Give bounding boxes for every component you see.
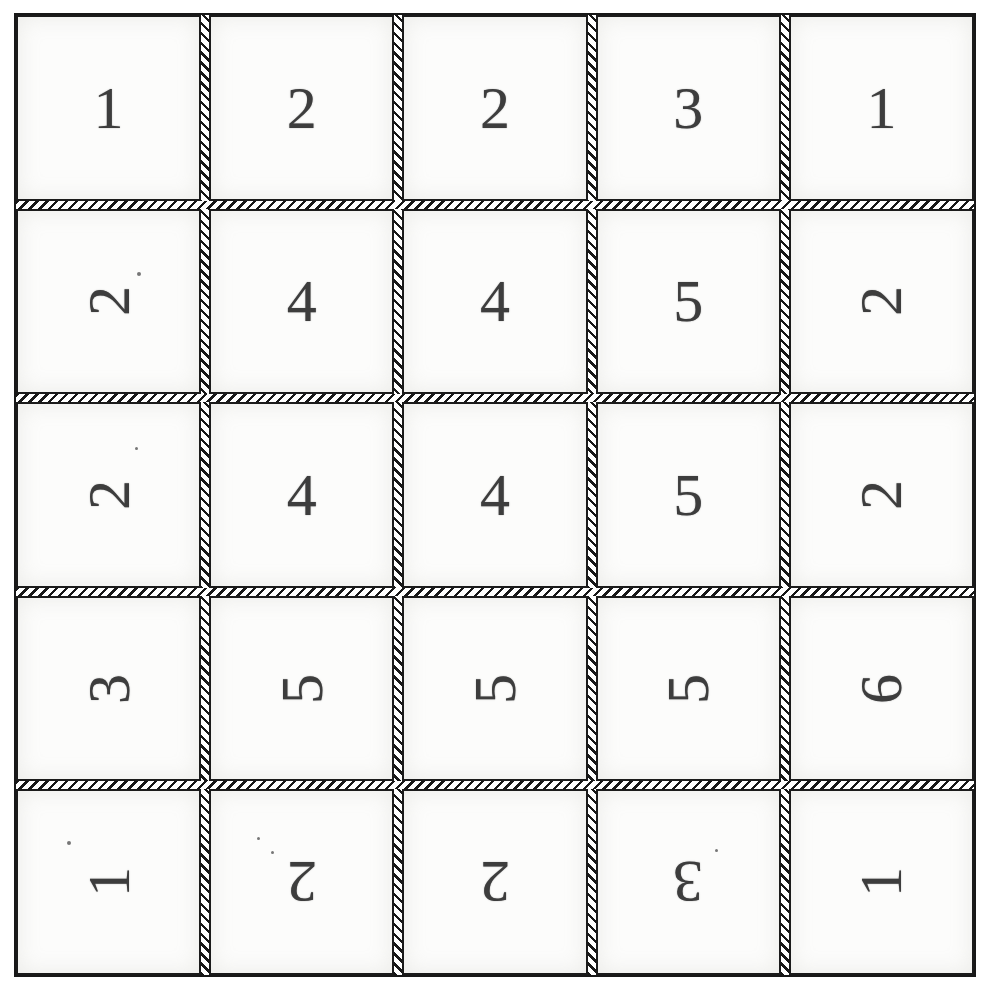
cell-number: 3	[673, 852, 703, 912]
grid-cell: 4	[209, 402, 394, 588]
cell-number: 2	[480, 78, 510, 138]
grid-cell: 6	[789, 596, 974, 782]
cell-number: 3	[673, 78, 703, 138]
noise-speck	[67, 841, 71, 845]
cell-number: 5	[658, 674, 718, 704]
grid-cell: 4	[402, 209, 587, 395]
page: 1 2 2 3 1 2 4 4 5 2 2 4 4 5 2 3 5 5 5 6 …	[0, 0, 995, 997]
horizontal-hatch-band	[16, 201, 974, 209]
grid-cell: 3	[596, 789, 781, 975]
grid-cell: 5	[596, 596, 781, 782]
grid-cell: 1	[789, 15, 974, 201]
cell-number: 5	[465, 674, 525, 704]
grid-cell: 5	[596, 402, 781, 588]
noise-speck	[715, 849, 718, 852]
cell-number: 2	[480, 852, 510, 912]
grid-cell: 5	[402, 596, 587, 782]
cell-number: 4	[480, 271, 510, 331]
noise-speck	[137, 272, 141, 276]
cell-number: 5	[673, 271, 703, 331]
grid-cell: 1	[16, 15, 201, 201]
vertical-hatch-band	[394, 15, 402, 975]
cell-number: 4	[287, 465, 317, 525]
horizontal-hatch-band	[16, 588, 974, 596]
cell-number: 1	[851, 867, 911, 897]
grid-cell: 3	[16, 596, 201, 782]
grid-cell: 2	[209, 15, 394, 201]
grid-cell: 2	[16, 209, 201, 395]
grid-cell: 2	[789, 402, 974, 588]
cell-number: 2	[851, 286, 911, 316]
grid-cell: 5	[596, 209, 781, 395]
cell-number: 4	[480, 465, 510, 525]
grid-cell: 1	[789, 789, 974, 975]
cell-number: 2	[79, 286, 139, 316]
cell-number: 4	[287, 271, 317, 331]
grid-cell: 4	[209, 209, 394, 395]
cell-number: 2	[79, 480, 139, 510]
vertical-hatch-band	[588, 15, 596, 975]
grid-cell: 2	[16, 402, 201, 588]
cell-number: 5	[673, 465, 703, 525]
noise-speck	[257, 837, 260, 840]
grid-cell: 4	[402, 402, 587, 588]
grid-cell: 2	[402, 15, 587, 201]
cell-number: 2	[287, 852, 317, 912]
grid-cell: 2	[402, 789, 587, 975]
vertical-hatch-band	[781, 15, 789, 975]
grid-cell: 5	[209, 596, 394, 782]
grid-cell: 3	[596, 15, 781, 201]
vertical-hatch-band	[201, 15, 209, 975]
grid-cell: 1	[16, 789, 201, 975]
tile-grid-board: 1 2 2 3 1 2 4 4 5 2 2 4 4 5 2 3 5 5 5 6 …	[14, 13, 976, 977]
cell-number: 1	[866, 78, 896, 138]
cell-number: 6	[851, 674, 911, 704]
cell-number: 1	[79, 867, 139, 897]
horizontal-hatch-band	[16, 781, 974, 789]
cell-number: 1	[94, 78, 124, 138]
noise-speck	[135, 447, 138, 450]
horizontal-hatch-band	[16, 394, 974, 402]
noise-speck	[271, 851, 274, 854]
grid-cell: 2	[209, 789, 394, 975]
grid-cell: 2	[789, 209, 974, 395]
cell-number: 2	[287, 78, 317, 138]
cell-number: 2	[851, 480, 911, 510]
cell-number: 5	[272, 674, 332, 704]
cell-number: 3	[79, 674, 139, 704]
